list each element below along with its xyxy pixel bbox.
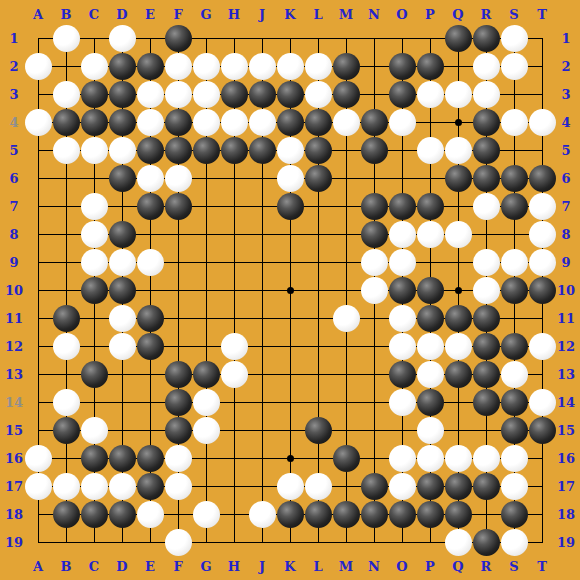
intersection-C15[interactable]: [80, 416, 108, 444]
intersection-P3[interactable]: [416, 80, 444, 108]
intersection-F2[interactable]: [164, 52, 192, 80]
intersection-F17[interactable]: [164, 472, 192, 500]
intersection-D11[interactable]: [108, 304, 136, 332]
intersection-F11[interactable]: [164, 304, 192, 332]
intersection-L5[interactable]: [304, 136, 332, 164]
intersection-D4[interactable]: [108, 108, 136, 136]
intersection-N13[interactable]: [360, 360, 388, 388]
intersection-T10[interactable]: [528, 276, 556, 304]
intersection-G7[interactable]: [192, 192, 220, 220]
intersection-N16[interactable]: [360, 444, 388, 472]
intersection-P4[interactable]: [416, 108, 444, 136]
intersection-F19[interactable]: [164, 528, 192, 556]
intersection-M18[interactable]: [332, 500, 360, 528]
intersection-C16[interactable]: [80, 444, 108, 472]
intersection-J4[interactable]: [248, 108, 276, 136]
intersection-G11[interactable]: [192, 304, 220, 332]
intersection-R18[interactable]: [472, 500, 500, 528]
intersection-Q4[interactable]: [444, 108, 472, 136]
intersection-R5[interactable]: [472, 136, 500, 164]
intersection-D10[interactable]: [108, 276, 136, 304]
intersection-A14[interactable]: [24, 388, 52, 416]
intersection-H15[interactable]: [220, 416, 248, 444]
intersection-O8[interactable]: [388, 220, 416, 248]
intersection-D2[interactable]: [108, 52, 136, 80]
intersection-E19[interactable]: [136, 528, 164, 556]
intersection-G2[interactable]: [192, 52, 220, 80]
intersection-T11[interactable]: [528, 304, 556, 332]
intersection-M2[interactable]: [332, 52, 360, 80]
intersection-F7[interactable]: [164, 192, 192, 220]
intersection-P18[interactable]: [416, 500, 444, 528]
intersection-S19[interactable]: [500, 528, 528, 556]
intersection-G1[interactable]: [192, 24, 220, 52]
intersection-M16[interactable]: [332, 444, 360, 472]
intersection-R15[interactable]: [472, 416, 500, 444]
intersection-Q14[interactable]: [444, 388, 472, 416]
intersection-B11[interactable]: [52, 304, 80, 332]
intersection-A12[interactable]: [24, 332, 52, 360]
intersection-J6[interactable]: [248, 164, 276, 192]
intersection-H18[interactable]: [220, 500, 248, 528]
intersection-R11[interactable]: [472, 304, 500, 332]
intersection-M6[interactable]: [332, 164, 360, 192]
intersection-E10[interactable]: [136, 276, 164, 304]
intersection-N15[interactable]: [360, 416, 388, 444]
intersection-G5[interactable]: [192, 136, 220, 164]
intersection-K18[interactable]: [276, 500, 304, 528]
intersection-Q9[interactable]: [444, 248, 472, 276]
intersection-F6[interactable]: [164, 164, 192, 192]
intersection-M15[interactable]: [332, 416, 360, 444]
intersection-L18[interactable]: [304, 500, 332, 528]
intersection-K1[interactable]: [276, 24, 304, 52]
intersection-H14[interactable]: [220, 388, 248, 416]
intersection-H4[interactable]: [220, 108, 248, 136]
intersection-F12[interactable]: [164, 332, 192, 360]
intersection-K8[interactable]: [276, 220, 304, 248]
intersection-F13[interactable]: [164, 360, 192, 388]
intersection-B14[interactable]: [52, 388, 80, 416]
intersection-J9[interactable]: [248, 248, 276, 276]
intersection-K9[interactable]: [276, 248, 304, 276]
intersection-T9[interactable]: [528, 248, 556, 276]
intersection-B3[interactable]: [52, 80, 80, 108]
intersection-P9[interactable]: [416, 248, 444, 276]
intersection-O16[interactable]: [388, 444, 416, 472]
intersection-Q10[interactable]: [444, 276, 472, 304]
intersection-N2[interactable]: [360, 52, 388, 80]
intersection-H9[interactable]: [220, 248, 248, 276]
intersection-Q11[interactable]: [444, 304, 472, 332]
intersection-J8[interactable]: [248, 220, 276, 248]
intersection-O12[interactable]: [388, 332, 416, 360]
intersection-N17[interactable]: [360, 472, 388, 500]
intersection-B1[interactable]: [52, 24, 80, 52]
intersection-H8[interactable]: [220, 220, 248, 248]
intersection-S15[interactable]: [500, 416, 528, 444]
intersection-T6[interactable]: [528, 164, 556, 192]
intersection-K7[interactable]: [276, 192, 304, 220]
intersection-B8[interactable]: [52, 220, 80, 248]
intersection-R6[interactable]: [472, 164, 500, 192]
intersection-P10[interactable]: [416, 276, 444, 304]
intersection-P16[interactable]: [416, 444, 444, 472]
intersection-G19[interactable]: [192, 528, 220, 556]
intersection-F5[interactable]: [164, 136, 192, 164]
intersection-O13[interactable]: [388, 360, 416, 388]
intersection-B12[interactable]: [52, 332, 80, 360]
intersection-B2[interactable]: [52, 52, 80, 80]
intersection-F14[interactable]: [164, 388, 192, 416]
intersection-Q17[interactable]: [444, 472, 472, 500]
intersection-K2[interactable]: [276, 52, 304, 80]
intersection-N3[interactable]: [360, 80, 388, 108]
intersection-Q15[interactable]: [444, 416, 472, 444]
intersection-B7[interactable]: [52, 192, 80, 220]
intersection-O9[interactable]: [388, 248, 416, 276]
intersection-P19[interactable]: [416, 528, 444, 556]
intersection-E17[interactable]: [136, 472, 164, 500]
intersection-F16[interactable]: [164, 444, 192, 472]
intersection-A9[interactable]: [24, 248, 52, 276]
intersection-T16[interactable]: [528, 444, 556, 472]
intersection-A13[interactable]: [24, 360, 52, 388]
intersection-P14[interactable]: [416, 388, 444, 416]
intersection-K17[interactable]: [276, 472, 304, 500]
intersection-J7[interactable]: [248, 192, 276, 220]
intersection-G13[interactable]: [192, 360, 220, 388]
intersection-H19[interactable]: [220, 528, 248, 556]
intersection-C19[interactable]: [80, 528, 108, 556]
intersection-G9[interactable]: [192, 248, 220, 276]
intersection-G12[interactable]: [192, 332, 220, 360]
intersection-N4[interactable]: [360, 108, 388, 136]
intersection-K11[interactable]: [276, 304, 304, 332]
intersection-K15[interactable]: [276, 416, 304, 444]
intersection-Q1[interactable]: [444, 24, 472, 52]
intersection-N11[interactable]: [360, 304, 388, 332]
intersection-S5[interactable]: [500, 136, 528, 164]
intersection-M11[interactable]: [332, 304, 360, 332]
intersection-E12[interactable]: [136, 332, 164, 360]
intersection-C12[interactable]: [80, 332, 108, 360]
intersection-F15[interactable]: [164, 416, 192, 444]
intersection-L2[interactable]: [304, 52, 332, 80]
intersection-T14[interactable]: [528, 388, 556, 416]
intersection-S7[interactable]: [500, 192, 528, 220]
intersection-A16[interactable]: [24, 444, 52, 472]
intersection-R1[interactable]: [472, 24, 500, 52]
intersection-P12[interactable]: [416, 332, 444, 360]
intersection-D7[interactable]: [108, 192, 136, 220]
intersection-E6[interactable]: [136, 164, 164, 192]
intersection-S11[interactable]: [500, 304, 528, 332]
intersection-O3[interactable]: [388, 80, 416, 108]
intersection-G15[interactable]: [192, 416, 220, 444]
intersection-M19[interactable]: [332, 528, 360, 556]
intersection-S13[interactable]: [500, 360, 528, 388]
intersection-R7[interactable]: [472, 192, 500, 220]
intersection-A3[interactable]: [24, 80, 52, 108]
intersection-P5[interactable]: [416, 136, 444, 164]
intersection-D12[interactable]: [108, 332, 136, 360]
intersection-D16[interactable]: [108, 444, 136, 472]
intersection-D18[interactable]: [108, 500, 136, 528]
intersection-B16[interactable]: [52, 444, 80, 472]
intersection-C3[interactable]: [80, 80, 108, 108]
intersection-Q3[interactable]: [444, 80, 472, 108]
intersection-N1[interactable]: [360, 24, 388, 52]
intersection-P13[interactable]: [416, 360, 444, 388]
intersection-E15[interactable]: [136, 416, 164, 444]
intersection-A10[interactable]: [24, 276, 52, 304]
intersection-O19[interactable]: [388, 528, 416, 556]
intersection-M14[interactable]: [332, 388, 360, 416]
intersection-J5[interactable]: [248, 136, 276, 164]
intersection-A18[interactable]: [24, 500, 52, 528]
intersection-S3[interactable]: [500, 80, 528, 108]
intersection-O18[interactable]: [388, 500, 416, 528]
intersection-G6[interactable]: [192, 164, 220, 192]
intersection-J12[interactable]: [248, 332, 276, 360]
intersection-T18[interactable]: [528, 500, 556, 528]
intersection-O17[interactable]: [388, 472, 416, 500]
intersection-N19[interactable]: [360, 528, 388, 556]
intersection-E5[interactable]: [136, 136, 164, 164]
intersection-D6[interactable]: [108, 164, 136, 192]
intersection-B4[interactable]: [52, 108, 80, 136]
intersection-O14[interactable]: [388, 388, 416, 416]
intersection-Q6[interactable]: [444, 164, 472, 192]
intersection-H2[interactable]: [220, 52, 248, 80]
intersection-R13[interactable]: [472, 360, 500, 388]
intersection-N10[interactable]: [360, 276, 388, 304]
intersection-E11[interactable]: [136, 304, 164, 332]
intersection-E14[interactable]: [136, 388, 164, 416]
intersection-B5[interactable]: [52, 136, 80, 164]
intersection-A6[interactable]: [24, 164, 52, 192]
intersection-D17[interactable]: [108, 472, 136, 500]
intersection-S10[interactable]: [500, 276, 528, 304]
intersection-N9[interactable]: [360, 248, 388, 276]
intersection-D1[interactable]: [108, 24, 136, 52]
intersection-L3[interactable]: [304, 80, 332, 108]
intersection-A8[interactable]: [24, 220, 52, 248]
intersection-H1[interactable]: [220, 24, 248, 52]
intersection-S16[interactable]: [500, 444, 528, 472]
intersection-N7[interactable]: [360, 192, 388, 220]
intersection-F1[interactable]: [164, 24, 192, 52]
intersection-F8[interactable]: [164, 220, 192, 248]
intersection-N8[interactable]: [360, 220, 388, 248]
intersection-M1[interactable]: [332, 24, 360, 52]
intersection-K19[interactable]: [276, 528, 304, 556]
intersection-K4[interactable]: [276, 108, 304, 136]
intersection-J16[interactable]: [248, 444, 276, 472]
intersection-J10[interactable]: [248, 276, 276, 304]
intersection-J15[interactable]: [248, 416, 276, 444]
intersection-T19[interactable]: [528, 528, 556, 556]
intersection-B15[interactable]: [52, 416, 80, 444]
intersection-O1[interactable]: [388, 24, 416, 52]
intersection-F9[interactable]: [164, 248, 192, 276]
intersection-L1[interactable]: [304, 24, 332, 52]
intersection-A17[interactable]: [24, 472, 52, 500]
intersection-R12[interactable]: [472, 332, 500, 360]
intersection-H13[interactable]: [220, 360, 248, 388]
intersection-C6[interactable]: [80, 164, 108, 192]
intersection-R14[interactable]: [472, 388, 500, 416]
intersection-C17[interactable]: [80, 472, 108, 500]
intersection-J1[interactable]: [248, 24, 276, 52]
intersection-L15[interactable]: [304, 416, 332, 444]
intersection-Q12[interactable]: [444, 332, 472, 360]
intersection-A15[interactable]: [24, 416, 52, 444]
intersection-H3[interactable]: [220, 80, 248, 108]
intersection-N6[interactable]: [360, 164, 388, 192]
intersection-S1[interactable]: [500, 24, 528, 52]
intersection-L11[interactable]: [304, 304, 332, 332]
intersection-O6[interactable]: [388, 164, 416, 192]
intersection-D14[interactable]: [108, 388, 136, 416]
intersection-H5[interactable]: [220, 136, 248, 164]
intersection-G10[interactable]: [192, 276, 220, 304]
intersection-O7[interactable]: [388, 192, 416, 220]
intersection-M17[interactable]: [332, 472, 360, 500]
intersection-Q5[interactable]: [444, 136, 472, 164]
intersection-E9[interactable]: [136, 248, 164, 276]
intersection-B17[interactable]: [52, 472, 80, 500]
intersection-T7[interactable]: [528, 192, 556, 220]
intersection-K5[interactable]: [276, 136, 304, 164]
intersection-B10[interactable]: [52, 276, 80, 304]
intersection-T3[interactable]: [528, 80, 556, 108]
intersection-O2[interactable]: [388, 52, 416, 80]
intersection-Q7[interactable]: [444, 192, 472, 220]
intersection-S9[interactable]: [500, 248, 528, 276]
intersection-P17[interactable]: [416, 472, 444, 500]
intersection-O10[interactable]: [388, 276, 416, 304]
intersection-Q2[interactable]: [444, 52, 472, 80]
intersection-G18[interactable]: [192, 500, 220, 528]
intersection-S8[interactable]: [500, 220, 528, 248]
intersection-M4[interactable]: [332, 108, 360, 136]
intersection-M5[interactable]: [332, 136, 360, 164]
intersection-Q13[interactable]: [444, 360, 472, 388]
intersection-T4[interactable]: [528, 108, 556, 136]
intersection-P15[interactable]: [416, 416, 444, 444]
intersection-O11[interactable]: [388, 304, 416, 332]
intersection-P11[interactable]: [416, 304, 444, 332]
intersection-O5[interactable]: [388, 136, 416, 164]
intersection-R19[interactable]: [472, 528, 500, 556]
intersection-J13[interactable]: [248, 360, 276, 388]
intersection-J19[interactable]: [248, 528, 276, 556]
intersection-E1[interactable]: [136, 24, 164, 52]
intersection-P2[interactable]: [416, 52, 444, 80]
intersection-R3[interactable]: [472, 80, 500, 108]
intersection-E4[interactable]: [136, 108, 164, 136]
intersection-E8[interactable]: [136, 220, 164, 248]
intersection-T12[interactable]: [528, 332, 556, 360]
intersection-K12[interactable]: [276, 332, 304, 360]
intersection-F18[interactable]: [164, 500, 192, 528]
intersection-B9[interactable]: [52, 248, 80, 276]
intersection-T8[interactable]: [528, 220, 556, 248]
intersection-C1[interactable]: [80, 24, 108, 52]
intersection-A2[interactable]: [24, 52, 52, 80]
intersection-F10[interactable]: [164, 276, 192, 304]
intersection-N18[interactable]: [360, 500, 388, 528]
intersection-L16[interactable]: [304, 444, 332, 472]
intersection-C7[interactable]: [80, 192, 108, 220]
intersection-H17[interactable]: [220, 472, 248, 500]
intersection-L19[interactable]: [304, 528, 332, 556]
intersection-D19[interactable]: [108, 528, 136, 556]
intersection-A4[interactable]: [24, 108, 52, 136]
intersection-L9[interactable]: [304, 248, 332, 276]
intersection-H12[interactable]: [220, 332, 248, 360]
intersection-J18[interactable]: [248, 500, 276, 528]
intersection-T5[interactable]: [528, 136, 556, 164]
intersection-K13[interactable]: [276, 360, 304, 388]
intersection-L13[interactable]: [304, 360, 332, 388]
intersection-S2[interactable]: [500, 52, 528, 80]
intersection-S12[interactable]: [500, 332, 528, 360]
intersection-D5[interactable]: [108, 136, 136, 164]
intersection-A5[interactable]: [24, 136, 52, 164]
intersection-H7[interactable]: [220, 192, 248, 220]
intersection-M3[interactable]: [332, 80, 360, 108]
intersection-L14[interactable]: [304, 388, 332, 416]
intersection-F3[interactable]: [164, 80, 192, 108]
intersection-L4[interactable]: [304, 108, 332, 136]
intersection-C4[interactable]: [80, 108, 108, 136]
intersection-G14[interactable]: [192, 388, 220, 416]
intersection-R8[interactable]: [472, 220, 500, 248]
intersection-Q16[interactable]: [444, 444, 472, 472]
intersection-M13[interactable]: [332, 360, 360, 388]
intersection-D9[interactable]: [108, 248, 136, 276]
intersection-F4[interactable]: [164, 108, 192, 136]
intersection-N12[interactable]: [360, 332, 388, 360]
intersection-L10[interactable]: [304, 276, 332, 304]
intersection-M8[interactable]: [332, 220, 360, 248]
intersection-C10[interactable]: [80, 276, 108, 304]
intersection-H16[interactable]: [220, 444, 248, 472]
intersection-J3[interactable]: [248, 80, 276, 108]
intersection-R2[interactable]: [472, 52, 500, 80]
intersection-P7[interactable]: [416, 192, 444, 220]
intersection-B6[interactable]: [52, 164, 80, 192]
intersection-H6[interactable]: [220, 164, 248, 192]
intersection-P6[interactable]: [416, 164, 444, 192]
intersection-C18[interactable]: [80, 500, 108, 528]
intersection-G17[interactable]: [192, 472, 220, 500]
intersection-L17[interactable]: [304, 472, 332, 500]
intersection-O4[interactable]: [388, 108, 416, 136]
intersection-E3[interactable]: [136, 80, 164, 108]
intersection-B19[interactable]: [52, 528, 80, 556]
intersection-B18[interactable]: [52, 500, 80, 528]
intersection-C14[interactable]: [80, 388, 108, 416]
intersection-R16[interactable]: [472, 444, 500, 472]
intersection-Q19[interactable]: [444, 528, 472, 556]
intersection-D3[interactable]: [108, 80, 136, 108]
intersection-C13[interactable]: [80, 360, 108, 388]
intersection-J14[interactable]: [248, 388, 276, 416]
